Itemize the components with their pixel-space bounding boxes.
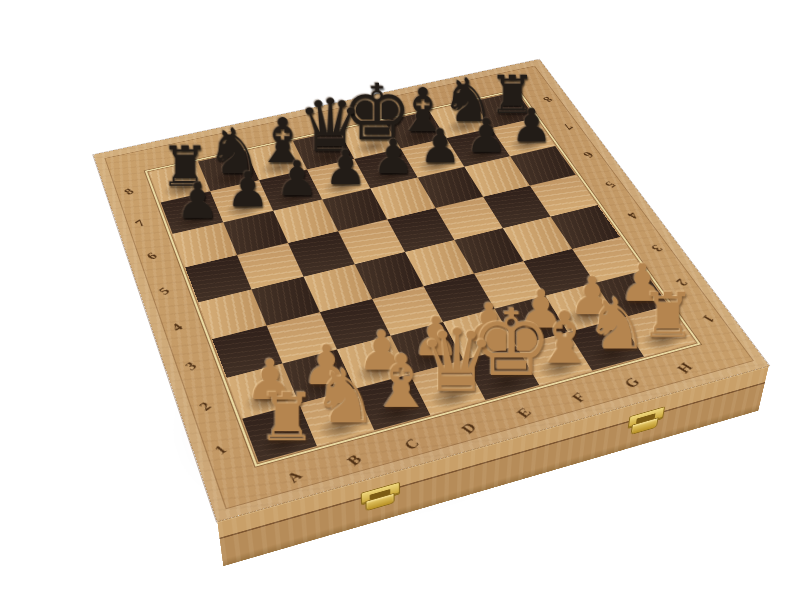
piece-white-knight[interactable]: ♞ [311,360,378,435]
piece-black-pawn[interactable]: ♟ [324,144,367,192]
piece-black-pawn[interactable]: ♟ [275,155,318,203]
piece-black-pawn[interactable]: ♟ [372,133,414,180]
piece-white-rook[interactable]: ♜ [257,384,317,451]
brass-clasp-right [626,407,665,437]
brass-clasp-left [360,482,399,513]
piece-black-pawn[interactable]: ♟ [175,177,219,226]
chess-box-product-photo: 12345678 12345678 ABCDEFGH ♜♞♝♛♚♝♞♜♟♟♟♟♟… [0,0,800,600]
piece-black-pawn[interactable]: ♟ [419,123,461,170]
piece-black-pawn[interactable]: ♟ [465,113,507,160]
piece-black-pawn[interactable]: ♟ [226,166,270,215]
